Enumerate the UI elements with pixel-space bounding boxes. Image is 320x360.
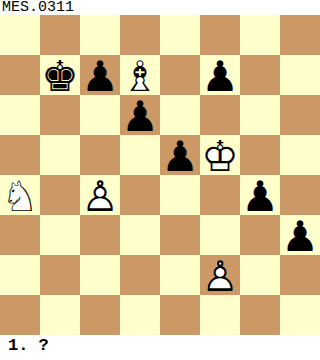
- black-piece-glyph: ♟︎: [160, 135, 200, 175]
- piece-white-knight-a4: ♞︎♘︎: [0, 175, 40, 215]
- square-g6[interactable]: [240, 95, 280, 135]
- square-h1[interactable]: [280, 295, 320, 335]
- black-piece-glyph: ♟︎: [240, 175, 280, 215]
- square-f7[interactable]: ♟︎: [200, 55, 240, 95]
- black-piece-glyph: ♚︎: [40, 55, 80, 95]
- square-d7[interactable]: ♝︎♗︎: [120, 55, 160, 95]
- square-d1[interactable]: [120, 295, 160, 335]
- square-e6[interactable]: [160, 95, 200, 135]
- square-g2[interactable]: [240, 255, 280, 295]
- square-b4[interactable]: [40, 175, 80, 215]
- square-a6[interactable]: [0, 95, 40, 135]
- square-b1[interactable]: [40, 295, 80, 335]
- square-f6[interactable]: [200, 95, 240, 135]
- square-c3[interactable]: [80, 215, 120, 255]
- piece-black-pawn-f7: ♟︎: [200, 55, 240, 95]
- square-b7[interactable]: ♚︎: [40, 55, 80, 95]
- square-c8[interactable]: [80, 15, 120, 55]
- black-piece-glyph: ♟︎: [200, 55, 240, 95]
- piece-black-pawn-g4: ♟︎: [240, 175, 280, 215]
- square-d5[interactable]: [120, 135, 160, 175]
- square-a7[interactable]: [0, 55, 40, 95]
- square-a8[interactable]: [0, 15, 40, 55]
- white-piece-outline: ♗︎: [120, 55, 160, 95]
- square-d6[interactable]: ♟︎: [120, 95, 160, 135]
- square-h5[interactable]: [280, 135, 320, 175]
- black-piece-glyph: ♟︎: [80, 55, 120, 95]
- square-c5[interactable]: [80, 135, 120, 175]
- square-a4[interactable]: ♞︎♘︎: [0, 175, 40, 215]
- diagram-title: MES.0311: [2, 0, 74, 15]
- white-piece-outline: ♔︎: [200, 135, 240, 175]
- piece-white-pawn-c4: ♟︎♙︎: [80, 175, 120, 215]
- square-g7[interactable]: [240, 55, 280, 95]
- square-d3[interactable]: [120, 215, 160, 255]
- square-f4[interactable]: [200, 175, 240, 215]
- square-a3[interactable]: [0, 215, 40, 255]
- chess-board: ♚︎♟︎♝︎♗︎♟︎♟︎♟︎♚︎♔︎♞︎♘︎♟︎♙︎♟︎♟︎♟︎♙︎: [0, 15, 320, 335]
- square-g5[interactable]: [240, 135, 280, 175]
- square-f2[interactable]: ♟︎♙︎: [200, 255, 240, 295]
- square-b6[interactable]: [40, 95, 80, 135]
- square-e1[interactable]: [160, 295, 200, 335]
- square-f5[interactable]: ♚︎♔︎: [200, 135, 240, 175]
- piece-black-pawn-h3: ♟︎: [280, 215, 320, 255]
- square-a1[interactable]: [0, 295, 40, 335]
- square-b5[interactable]: [40, 135, 80, 175]
- square-h7[interactable]: [280, 55, 320, 95]
- square-e5[interactable]: ♟︎: [160, 135, 200, 175]
- black-piece-glyph: ♟︎: [120, 95, 160, 135]
- square-a5[interactable]: [0, 135, 40, 175]
- square-h4[interactable]: [280, 175, 320, 215]
- square-e7[interactable]: [160, 55, 200, 95]
- square-h8[interactable]: [280, 15, 320, 55]
- square-g8[interactable]: [240, 15, 280, 55]
- piece-black-pawn-e5: ♟︎: [160, 135, 200, 175]
- square-h2[interactable]: [280, 255, 320, 295]
- square-c6[interactable]: [80, 95, 120, 135]
- square-a2[interactable]: [0, 255, 40, 295]
- square-c1[interactable]: [80, 295, 120, 335]
- square-c2[interactable]: [80, 255, 120, 295]
- square-f3[interactable]: [200, 215, 240, 255]
- square-g4[interactable]: ♟︎: [240, 175, 280, 215]
- black-piece-glyph: ♟︎: [280, 215, 320, 255]
- square-g1[interactable]: [240, 295, 280, 335]
- piece-white-bishop-d7: ♝︎♗︎: [120, 55, 160, 95]
- square-d2[interactable]: [120, 255, 160, 295]
- square-h3[interactable]: ♟︎: [280, 215, 320, 255]
- piece-white-pawn-f2: ♟︎♙︎: [200, 255, 240, 295]
- white-piece-outline: ♙︎: [200, 255, 240, 295]
- square-h6[interactable]: [280, 95, 320, 135]
- square-d4[interactable]: [120, 175, 160, 215]
- square-e3[interactable]: [160, 215, 200, 255]
- square-b2[interactable]: [40, 255, 80, 295]
- square-e2[interactable]: [160, 255, 200, 295]
- move-prompt: 1. ?: [8, 337, 49, 355]
- piece-black-pawn-d6: ♟︎: [120, 95, 160, 135]
- square-b8[interactable]: [40, 15, 80, 55]
- square-f1[interactable]: [200, 295, 240, 335]
- piece-black-pawn-c7: ♟︎: [80, 55, 120, 95]
- square-d8[interactable]: [120, 15, 160, 55]
- square-e8[interactable]: [160, 15, 200, 55]
- piece-white-king-f5: ♚︎♔︎: [200, 135, 240, 175]
- square-c4[interactable]: ♟︎♙︎: [80, 175, 120, 215]
- square-b3[interactable]: [40, 215, 80, 255]
- square-g3[interactable]: [240, 215, 280, 255]
- piece-black-king-b7: ♚︎: [40, 55, 80, 95]
- white-piece-outline: ♙︎: [80, 175, 120, 215]
- square-c7[interactable]: ♟︎: [80, 55, 120, 95]
- square-f8[interactable]: [200, 15, 240, 55]
- square-e4[interactable]: [160, 175, 200, 215]
- white-piece-outline: ♘︎: [0, 175, 40, 215]
